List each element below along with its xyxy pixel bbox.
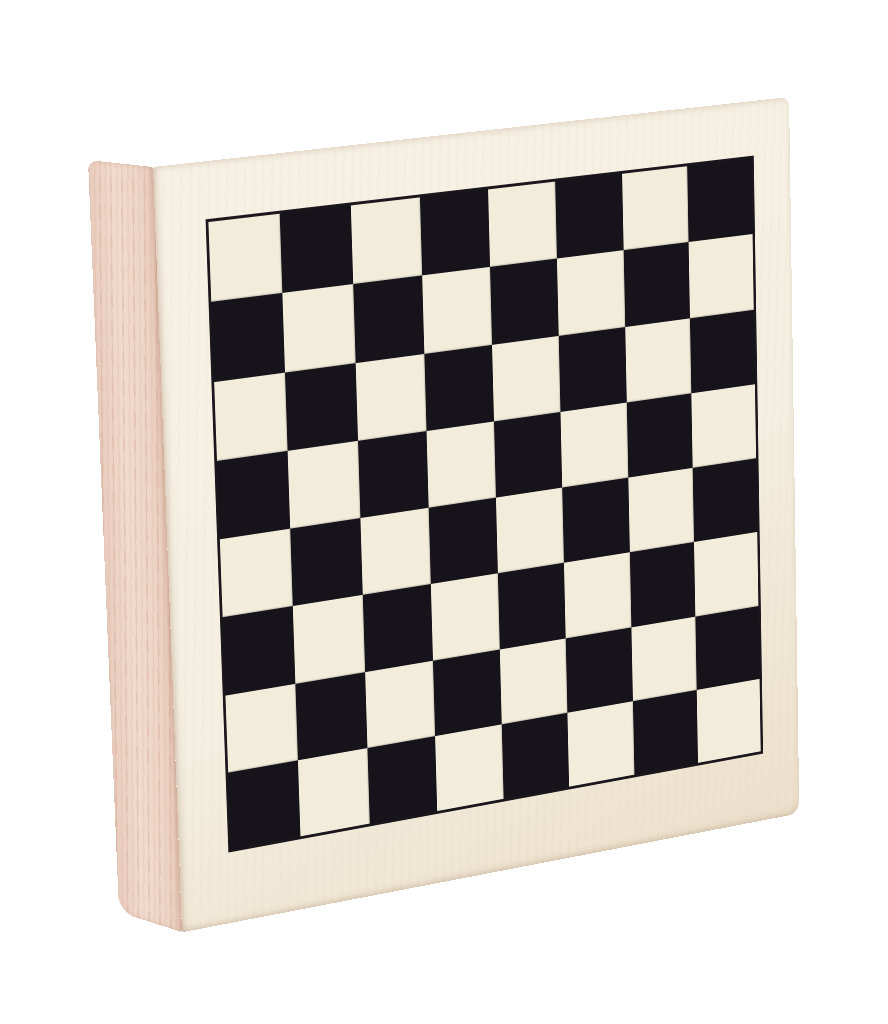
board-square xyxy=(350,197,422,284)
board-square xyxy=(692,458,757,542)
board-square xyxy=(562,478,629,563)
board-square xyxy=(280,205,353,293)
board-square xyxy=(494,412,562,498)
board-square xyxy=(622,166,689,250)
board-square xyxy=(288,441,360,529)
board-square xyxy=(296,672,367,760)
board-square xyxy=(223,606,296,695)
board-square xyxy=(488,182,557,268)
board-square xyxy=(225,683,298,772)
board-square xyxy=(555,174,623,259)
board-square xyxy=(568,701,634,787)
board-square xyxy=(208,214,282,302)
box-lid-face xyxy=(153,97,799,932)
board-square xyxy=(365,660,435,748)
board-square xyxy=(502,712,570,798)
board-square xyxy=(367,736,437,824)
board-square xyxy=(358,431,429,518)
board-square xyxy=(283,284,356,372)
board-square xyxy=(496,488,564,574)
board-square xyxy=(428,498,497,585)
board-square xyxy=(217,451,290,540)
board-square xyxy=(695,606,759,690)
board-square xyxy=(298,748,369,836)
board-square xyxy=(435,724,504,811)
board-square xyxy=(564,553,631,638)
board-square xyxy=(566,627,633,712)
board-square xyxy=(625,318,691,402)
board-square xyxy=(211,293,285,381)
product-photo xyxy=(0,0,888,1024)
board-square xyxy=(293,595,365,683)
board-square xyxy=(220,529,293,618)
board-square xyxy=(696,679,760,763)
board-square xyxy=(285,363,357,451)
board-square xyxy=(690,309,755,393)
board-square xyxy=(629,542,695,627)
board-square xyxy=(433,649,502,736)
board-square xyxy=(633,690,698,775)
board-square xyxy=(214,372,288,461)
board-square xyxy=(290,518,362,606)
board-square xyxy=(687,159,753,243)
checkerboard xyxy=(206,156,764,853)
board-square xyxy=(355,353,426,440)
board-square xyxy=(631,616,696,701)
board-square xyxy=(490,259,559,345)
board-square xyxy=(559,327,626,412)
board-square xyxy=(623,242,689,326)
board-square xyxy=(688,234,753,318)
board-square xyxy=(420,189,490,275)
board-square xyxy=(362,584,432,671)
board-square xyxy=(492,335,561,421)
board-square xyxy=(500,638,568,724)
board-square xyxy=(422,267,492,353)
board-square xyxy=(353,276,424,363)
board-square xyxy=(228,760,300,849)
board-square xyxy=(431,574,500,661)
board-square xyxy=(694,532,759,616)
board-square xyxy=(628,468,694,553)
board-square xyxy=(626,393,692,478)
board-square xyxy=(426,421,496,508)
board-square xyxy=(498,563,566,649)
board-square xyxy=(424,344,494,430)
board-square xyxy=(360,508,431,595)
board-square xyxy=(691,384,756,468)
board-square xyxy=(561,402,628,487)
board-square xyxy=(557,250,625,335)
